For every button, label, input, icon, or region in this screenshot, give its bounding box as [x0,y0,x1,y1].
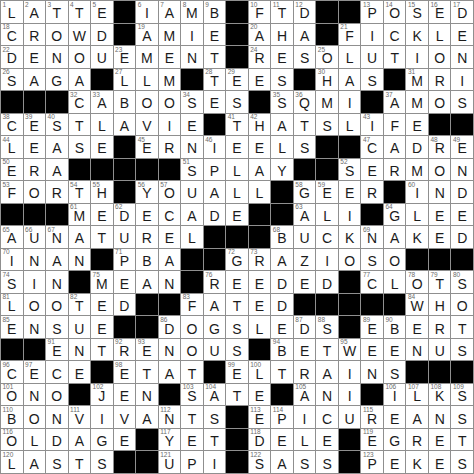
grid-cell[interactable]: 78O [406,271,428,293]
grid-cell[interactable]: L [384,271,406,293]
grid-cell[interactable]: T [204,429,226,451]
grid-cell[interactable]: C [384,24,406,46]
grid-cell[interactable]: 76R [204,271,226,293]
grid-cell[interactable]: E [204,91,226,113]
grid-cell[interactable]: L [429,24,451,46]
grid-cell[interactable]: 32C [69,91,91,113]
grid-cell[interactable]: 50E [1,159,23,181]
grid-cell[interactable]: D [451,226,473,248]
grid-cell[interactable]: T [181,361,203,383]
grid-cell[interactable]: 13P [361,1,383,23]
grid-cell[interactable]: N [361,361,383,383]
grid-cell[interactable]: D [406,136,428,158]
grid-cell[interactable]: T [271,361,293,383]
grid-cell[interactable]: D [114,294,136,316]
grid-cell[interactable]: N [181,46,203,68]
grid-cell[interactable]: 75M [91,271,113,293]
grid-cell[interactable]: E [226,136,248,158]
grid-cell[interactable]: E [181,114,203,136]
grid-cell[interactable]: N [24,249,46,271]
grid-cell[interactable]: E [159,46,181,68]
grid-cell[interactable]: 111V [69,406,91,428]
grid-cell[interactable]: A [159,249,181,271]
grid-cell[interactable]: R [429,316,451,338]
grid-cell[interactable]: 5E [91,1,113,23]
grid-cell[interactable]: 101O [1,384,23,406]
grid-cell[interactable]: 99E [226,361,248,383]
grid-cell[interactable]: T [204,46,226,68]
grid-cell[interactable]: E [226,271,248,293]
grid-cell[interactable]: 86D [159,316,181,338]
grid-cell[interactable]: U [361,46,383,68]
grid-cell[interactable]: 98E [114,361,136,383]
grid-cell[interactable]: O [46,294,68,316]
grid-cell[interactable]: E [429,204,451,226]
grid-cell[interactable]: T [181,406,203,428]
grid-cell[interactable]: O [181,316,203,338]
grid-cell[interactable]: O [429,159,451,181]
grid-cell[interactable]: E [114,429,136,451]
grid-cell[interactable]: N [24,316,46,338]
grid-cell[interactable]: L [316,204,338,226]
grid-cell[interactable]: 31M [406,69,428,91]
grid-cell[interactable]: 91E [46,339,68,361]
grid-cell[interactable]: S [294,46,316,68]
grid-cell[interactable]: A [46,249,68,271]
grid-cell[interactable]: 23E [114,46,136,68]
grid-cell[interactable]: N [451,159,473,181]
grid-cell[interactable]: E [91,294,113,316]
grid-cell[interactable]: D [316,271,338,293]
grid-cell[interactable]: 2A [24,1,46,23]
grid-cell[interactable]: L [294,429,316,451]
grid-cell[interactable]: E [451,204,473,226]
grid-cell[interactable]: T [451,316,473,338]
grid-cell[interactable]: 26S [1,69,23,91]
grid-cell[interactable]: 48R [429,136,451,158]
grid-cell[interactable]: A [69,226,91,248]
grid-cell[interactable]: E [384,451,406,473]
grid-cell[interactable]: R [24,159,46,181]
grid-cell[interactable]: 67N [46,226,68,248]
grid-cell[interactable]: E [69,361,91,383]
grid-cell[interactable]: 118D [249,429,271,451]
grid-cell[interactable]: D [271,271,293,293]
grid-cell[interactable]: G [46,69,68,91]
grid-cell[interactable]: L [249,316,271,338]
grid-cell[interactable]: 40S [46,114,68,136]
grid-cell[interactable]: D [91,24,113,46]
grid-cell[interactable]: 15S [406,1,428,23]
grid-cell[interactable]: 57O [159,181,181,203]
grid-cell[interactable]: A [249,159,271,181]
grid-cell[interactable]: A [69,429,91,451]
grid-cell[interactable]: 41T [226,114,248,136]
grid-cell[interactable]: I [159,114,181,136]
grid-cell[interactable]: 42H [249,114,271,136]
grid-cell[interactable]: N [46,46,68,68]
grid-cell[interactable]: 7A [159,1,181,23]
grid-cell[interactable]: S [46,316,68,338]
grid-cell[interactable]: 119E [361,429,383,451]
grid-cell[interactable]: S [69,136,91,158]
grid-cell[interactable]: 80S [451,271,473,293]
grid-cell[interactable]: R [406,429,428,451]
grid-cell[interactable]: I [339,204,361,226]
grid-cell[interactable]: A [316,361,338,383]
grid-cell[interactable]: U [339,406,361,428]
grid-cell[interactable]: T [69,451,91,473]
grid-cell[interactable]: D [451,181,473,203]
grid-cell[interactable]: O [181,339,203,361]
grid-cell[interactable]: 115R [361,406,383,428]
grid-cell[interactable]: 71P [114,249,136,271]
grid-cell[interactable]: 110B [1,406,23,428]
grid-cell[interactable]: F [384,114,406,136]
grid-cell[interactable]: T [294,114,316,136]
grid-cell[interactable]: U [69,316,91,338]
grid-cell[interactable]: A [384,136,406,158]
grid-cell[interactable]: O [429,91,451,113]
grid-cell[interactable]: A [406,406,428,428]
grid-cell[interactable]: L [249,181,271,203]
grid-cell[interactable]: S [451,339,473,361]
grid-cell[interactable]: 93E [136,339,158,361]
grid-cell[interactable]: 58G [294,181,316,203]
grid-cell[interactable]: 56Y [136,181,158,203]
grid-cell[interactable]: A [136,406,158,428]
grid-cell[interactable]: U [204,339,226,361]
grid-cell[interactable]: S [294,136,316,158]
grid-cell[interactable]: 4T [69,1,91,23]
grid-cell[interactable]: N [181,136,203,158]
grid-cell[interactable]: E [114,384,136,406]
grid-cell[interactable]: 54T [69,181,91,203]
grid-cell[interactable]: D [204,204,226,226]
grid-cell[interactable]: 10F [249,1,271,23]
grid-cell[interactable]: 17D [451,1,473,23]
grid-cell[interactable]: 72G [226,249,248,271]
grid-cell[interactable]: 16E [429,1,451,23]
grid-cell[interactable]: C [316,406,338,428]
grid-cell[interactable]: Y [271,159,293,181]
grid-cell[interactable]: 88S [316,316,338,338]
grid-cell[interactable]: 1L [1,1,23,23]
grid-cell[interactable]: O [451,294,473,316]
grid-cell[interactable]: A [24,451,46,473]
grid-cell[interactable]: 52S [339,159,361,181]
grid-cell[interactable]: 28T [204,69,226,91]
grid-cell[interactable]: 79T [429,271,451,293]
grid-cell[interactable]: 97E [24,361,46,383]
grid-cell[interactable]: E [339,181,361,203]
grid-cell[interactable]: 92R [114,339,136,361]
grid-cell[interactable]: N [451,46,473,68]
grid-cell[interactable]: L [24,429,46,451]
grid-cell[interactable]: 84W [406,294,428,316]
grid-cell[interactable]: I [339,91,361,113]
grid-cell[interactable]: K [406,24,428,46]
grid-cell[interactable]: 123P [361,451,383,473]
grid-cell[interactable]: A [159,361,181,383]
grid-cell[interactable]: E [91,204,113,226]
grid-cell[interactable]: I [406,46,428,68]
grid-cell[interactable]: E [361,339,383,361]
grid-cell[interactable]: S [226,339,248,361]
grid-cell[interactable]: 96C [1,361,23,383]
grid-cell[interactable]: N [24,384,46,406]
grid-cell[interactable]: T [91,339,113,361]
grid-cell[interactable]: H [271,24,293,46]
grid-cell[interactable]: S [361,249,383,271]
grid-cell[interactable]: L [271,136,293,158]
grid-cell[interactable]: 104A [204,384,226,406]
grid-cell[interactable]: O [24,406,46,428]
grid-cell[interactable]: 62D [114,204,136,226]
grid-cell[interactable]: I [91,406,113,428]
grid-cell[interactable]: R [159,136,181,158]
grid-cell[interactable]: B [114,91,136,113]
grid-cell[interactable]: R [429,69,451,91]
grid-cell[interactable]: C [316,226,338,248]
grid-cell[interactable]: A [271,451,293,473]
grid-cell[interactable]: N [429,181,451,203]
grid-cell[interactable]: S [204,406,226,428]
grid-cell[interactable]: 69N [361,226,383,248]
grid-cell[interactable]: A [181,204,203,226]
grid-cell[interactable]: 117Y [159,429,181,451]
grid-cell[interactable]: I [181,24,203,46]
grid-cell[interactable]: 47C [361,136,383,158]
grid-cell[interactable]: N [429,406,451,428]
grid-cell[interactable]: E [91,316,113,338]
grid-cell[interactable]: 81L [1,294,23,316]
grid-cell[interactable]: 12D [294,1,316,23]
grid-cell[interactable]: 116O [1,429,23,451]
grid-cell[interactable]: S [451,406,473,428]
grid-cell[interactable]: A [204,294,226,316]
grid-cell[interactable]: 113E [249,406,271,428]
grid-cell[interactable]: 70I [1,249,23,271]
grid-cell[interactable]: 77C [361,271,383,293]
grid-cell[interactable]: E [159,226,181,248]
grid-cell[interactable]: 30H [316,69,338,91]
grid-cell[interactable]: 90B [384,316,406,338]
grid-cell[interactable]: E [249,384,271,406]
grid-cell[interactable]: E [429,429,451,451]
grid-cell[interactable]: A [271,249,293,271]
grid-cell[interactable]: S [46,451,68,473]
grid-cell[interactable]: V [114,406,136,428]
grid-cell[interactable]: 122S [249,451,271,473]
grid-cell[interactable]: I [339,361,361,383]
grid-cell[interactable]: 94B [271,339,293,361]
grid-cell[interactable]: E [271,429,293,451]
grid-cell[interactable]: 34S [181,91,203,113]
grid-cell[interactable]: E [271,46,293,68]
grid-cell[interactable]: O [429,46,451,68]
grid-cell[interactable]: 66U [24,226,46,248]
grid-cell[interactable]: K [339,226,361,248]
grid-cell[interactable]: A [384,226,406,248]
grid-cell[interactable]: E [91,136,113,158]
grid-cell[interactable]: M [159,24,181,46]
grid-cell[interactable]: 102J [91,384,113,406]
grid-cell[interactable]: 64G [384,204,406,226]
grid-cell[interactable]: E [406,114,428,136]
grid-cell[interactable]: N [46,271,68,293]
grid-cell[interactable]: 95W [339,339,361,361]
grid-cell[interactable]: 121U [159,451,181,473]
grid-cell[interactable]: K [406,226,428,248]
grid-cell[interactable]: S [294,451,316,473]
grid-cell[interactable]: 9B [204,1,226,23]
grid-cell[interactable]: O [339,249,361,271]
grid-cell[interactable]: O [24,181,46,203]
grid-cell[interactable]: G [91,429,113,451]
grid-cell[interactable]: Z [294,249,316,271]
grid-cell[interactable]: 45E [136,136,158,158]
grid-cell[interactable]: A [339,69,361,91]
grid-cell[interactable]: D [271,294,293,316]
grid-cell[interactable]: S [451,91,473,113]
grid-cell[interactable]: N [159,271,181,293]
grid-cell[interactable]: S [91,451,113,473]
grid-cell[interactable]: 27L [114,69,136,91]
grid-cell[interactable]: A [204,181,226,203]
grid-cell[interactable]: P [181,451,203,473]
grid-cell[interactable]: D [46,429,68,451]
grid-cell[interactable]: U [181,181,203,203]
grid-cell[interactable]: E [451,24,473,46]
grid-cell[interactable]: 46I [204,136,226,158]
grid-cell[interactable]: A [294,24,316,46]
grid-cell[interactable]: 51S [181,159,203,181]
grid-cell[interactable]: A [46,136,68,158]
grid-cell[interactable]: 11T [271,1,293,23]
grid-cell[interactable]: 22D [1,46,23,68]
grid-cell[interactable]: E [429,226,451,248]
grid-cell[interactable]: E [24,46,46,68]
grid-cell[interactable]: A [46,159,68,181]
grid-cell[interactable]: 38C [1,114,23,136]
grid-cell[interactable]: I [204,451,226,473]
grid-cell[interactable]: 35S [271,91,293,113]
grid-cell[interactable]: A [136,271,158,293]
grid-cell[interactable]: S [451,451,473,473]
grid-cell[interactable]: 3T [46,1,68,23]
grid-cell[interactable]: 14O [384,1,406,23]
grid-cell[interactable]: E [384,339,406,361]
grid-cell[interactable]: 6I [136,1,158,23]
grid-cell[interactable]: 21F [339,24,361,46]
grid-cell[interactable]: 82T [69,294,91,316]
grid-cell[interactable]: I [339,384,361,406]
grid-cell[interactable]: 18C [1,24,23,46]
grid-cell[interactable]: U [294,226,316,248]
grid-cell[interactable]: E [24,136,46,158]
grid-cell[interactable]: G [204,316,226,338]
grid-cell[interactable]: 68B [271,226,293,248]
grid-cell[interactable]: O [46,24,68,46]
grid-cell[interactable]: R [384,159,406,181]
grid-cell[interactable]: 89E [361,316,383,338]
grid-cell[interactable]: S [316,451,338,473]
grid-cell[interactable]: T [384,46,406,68]
grid-cell[interactable]: M [316,91,338,113]
grid-cell[interactable]: E [136,204,158,226]
grid-cell[interactable]: U [91,46,113,68]
grid-cell[interactable]: T [226,384,248,406]
grid-cell[interactable]: R [294,361,316,383]
grid-cell[interactable]: 63A [294,204,316,226]
grid-cell[interactable]: E [204,24,226,46]
grid-cell[interactable]: E [294,339,316,361]
grid-cell[interactable]: E [271,316,293,338]
grid-cell[interactable]: 37A [384,91,406,113]
grid-cell[interactable]: 100L [249,361,271,383]
grid-cell[interactable]: N [69,249,91,271]
grid-cell[interactable]: 106I [384,384,406,406]
grid-cell[interactable]: N [159,339,181,361]
grid-cell[interactable]: A [24,69,46,91]
grid-cell[interactable]: 53F [1,181,23,203]
grid-cell[interactable]: 114P [271,406,293,428]
grid-cell[interactable]: 24R [249,46,271,68]
grid-cell[interactable]: S [226,91,248,113]
grid-cell[interactable]: E [294,271,316,293]
grid-cell[interactable]: 20A [249,24,271,46]
grid-cell[interactable]: I [316,249,338,271]
grid-cell[interactable]: 19A [136,24,158,46]
grid-cell[interactable]: 83F [181,294,203,316]
grid-cell[interactable]: O [24,294,46,316]
grid-cell[interactable]: E [114,271,136,293]
grid-cell[interactable]: L [339,46,361,68]
grid-cell[interactable]: L [91,114,113,136]
grid-cell[interactable]: E [249,69,271,91]
grid-cell[interactable]: T [91,226,113,248]
grid-cell[interactable]: 49E [451,136,473,158]
grid-cell[interactable]: E [181,429,203,451]
grid-cell[interactable]: R [361,181,383,203]
grid-cell[interactable]: K [406,451,428,473]
grid-cell[interactable]: 65A [1,226,23,248]
grid-cell[interactable]: T [69,114,91,136]
grid-cell[interactable]: S [271,69,293,91]
grid-cell[interactable]: T [316,339,338,361]
grid-cell[interactable]: E [429,451,451,473]
grid-cell[interactable]: 112N [159,406,181,428]
grid-cell[interactable]: H [429,294,451,316]
grid-cell[interactable]: R [24,24,46,46]
grid-cell[interactable]: 43I [361,114,383,136]
grid-cell[interactable]: 109S [451,384,473,406]
grid-cell[interactable]: E [226,204,248,226]
grid-cell[interactable]: 107L [406,384,428,406]
grid-cell[interactable]: V [136,114,158,136]
grid-cell[interactable]: S [361,69,383,91]
grid-cell[interactable]: E [249,294,271,316]
grid-cell[interactable]: O [384,249,406,271]
grid-cell[interactable]: O [136,91,158,113]
grid-cell[interactable]: A [114,114,136,136]
grid-cell[interactable]: 108K [429,384,451,406]
grid-cell[interactable]: I [361,24,383,46]
grid-cell[interactable]: M [406,91,428,113]
grid-cell[interactable]: E [361,159,383,181]
grid-cell[interactable]: 8M [181,1,203,23]
